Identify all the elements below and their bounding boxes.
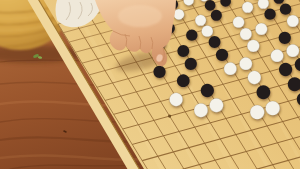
stone-white[interactable]: ● (169, 88, 184, 108)
star-point (168, 115, 171, 118)
stone-black[interactable]: ● (294, 53, 300, 73)
stone-white[interactable]: ● (209, 93, 225, 114)
photo-canvas: ●●●●●●●●●●●●●●●●●●●● ●●●●●●●●●●●●●●●●●●●… (0, 0, 300, 169)
stone-black[interactable]: ● (296, 87, 300, 108)
hand-highlight (118, 5, 162, 27)
go-scene: ●●●●●●●●●●●●●●●●●●●● ●●●●●●●●●●●●●●●●●●●… (0, 0, 300, 169)
stone-white[interactable]: ● (193, 98, 209, 119)
stone-white[interactable]: ● (265, 96, 281, 117)
stone-white[interactable]: ● (249, 100, 265, 121)
stone-black[interactable]: ● (176, 69, 191, 89)
stone-white[interactable]: ● (223, 57, 238, 77)
